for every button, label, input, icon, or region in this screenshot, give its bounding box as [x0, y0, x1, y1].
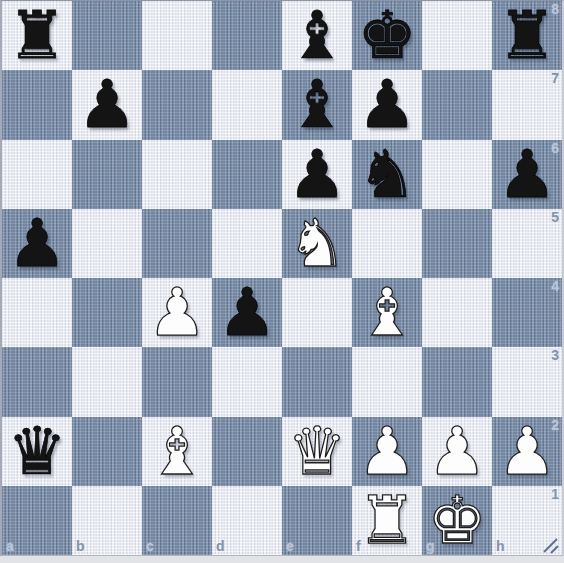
square-c8[interactable]: [142, 1, 212, 70]
square-e6[interactable]: ♟: [282, 140, 352, 209]
black-rook[interactable]: ♜: [497, 1, 556, 70]
square-f3[interactable]: [352, 347, 422, 416]
square-e4[interactable]: [282, 278, 352, 347]
square-d7[interactable]: [212, 70, 282, 139]
square-f5[interactable]: [352, 209, 422, 278]
square-e5[interactable]: ♞: [282, 209, 352, 278]
square-c7[interactable]: [142, 70, 212, 139]
white-knight[interactable]: ♞: [287, 209, 346, 278]
square-h7[interactable]: 7: [492, 70, 562, 139]
rank-label-6: 6: [551, 140, 559, 156]
white-pawn[interactable]: ♟: [147, 278, 206, 347]
square-e1[interactable]: e: [282, 486, 352, 555]
square-h3[interactable]: 3: [492, 347, 562, 416]
white-pawn[interactable]: ♟: [357, 417, 416, 486]
white-king[interactable]: ♚: [427, 486, 486, 555]
square-e2[interactable]: ♛: [282, 417, 352, 486]
square-d8[interactable]: [212, 1, 282, 70]
square-c5[interactable]: [142, 209, 212, 278]
square-c6[interactable]: [142, 140, 212, 209]
file-label-b: b: [76, 538, 85, 554]
black-pawn[interactable]: ♟: [357, 70, 416, 139]
square-b3[interactable]: [72, 347, 142, 416]
square-h4[interactable]: 4: [492, 278, 562, 347]
white-bishop[interactable]: ♝: [357, 278, 416, 347]
square-f8[interactable]: ♚: [352, 1, 422, 70]
black-bishop[interactable]: ♝: [287, 1, 346, 70]
square-d6[interactable]: [212, 140, 282, 209]
square-c2[interactable]: ♝: [142, 417, 212, 486]
square-g8[interactable]: [422, 1, 492, 70]
square-b8[interactable]: [72, 1, 142, 70]
square-d2[interactable]: [212, 417, 282, 486]
square-h6[interactable]: 6♟: [492, 140, 562, 209]
resize-grip-icon[interactable]: [542, 537, 559, 554]
rank-label-2: 2: [551, 417, 559, 433]
black-pawn[interactable]: ♟: [77, 70, 136, 139]
square-g7[interactable]: [422, 70, 492, 139]
board-frame: ♜♝♚8♜♟♝♟7♟♞6♟♟♞5♟♟♝43♛♝♛♟♟2♟abcdef♜g♚1h: [0, 0, 564, 563]
square-d1[interactable]: d: [212, 486, 282, 555]
square-f2[interactable]: ♟: [352, 417, 422, 486]
square-a8[interactable]: ♜: [2, 1, 72, 70]
file-label-g: g: [426, 538, 435, 554]
square-e3[interactable]: [282, 347, 352, 416]
square-b6[interactable]: [72, 140, 142, 209]
square-b4[interactable]: [72, 278, 142, 347]
black-rook[interactable]: ♜: [7, 1, 66, 70]
square-h2[interactable]: 2♟: [492, 417, 562, 486]
square-a7[interactable]: [2, 70, 72, 139]
square-g6[interactable]: [422, 140, 492, 209]
file-label-c: c: [146, 538, 154, 554]
rank-label-1: 1: [551, 486, 559, 502]
square-f4[interactable]: ♝: [352, 278, 422, 347]
white-pawn[interactable]: ♟: [497, 417, 556, 486]
square-b5[interactable]: [72, 209, 142, 278]
black-king[interactable]: ♚: [357, 1, 416, 70]
square-g1[interactable]: g♚: [422, 486, 492, 555]
square-a4[interactable]: [2, 278, 72, 347]
square-f6[interactable]: ♞: [352, 140, 422, 209]
square-h8[interactable]: 8♜: [492, 1, 562, 70]
square-f1[interactable]: f♜: [352, 486, 422, 555]
white-queen[interactable]: ♛: [287, 417, 346, 486]
square-g4[interactable]: [422, 278, 492, 347]
square-e7[interactable]: ♝: [282, 70, 352, 139]
file-label-f: f: [356, 538, 361, 554]
square-h5[interactable]: 5: [492, 209, 562, 278]
black-pawn[interactable]: ♟: [497, 140, 556, 209]
file-label-d: d: [216, 538, 225, 554]
black-queen[interactable]: ♛: [7, 417, 66, 486]
square-f7[interactable]: ♟: [352, 70, 422, 139]
file-label-e: e: [286, 538, 294, 554]
rank-label-7: 7: [551, 70, 559, 86]
file-label-h: h: [496, 538, 505, 554]
rank-label-4: 4: [551, 278, 559, 294]
square-g3[interactable]: [422, 347, 492, 416]
square-c1[interactable]: c: [142, 486, 212, 555]
square-b2[interactable]: [72, 417, 142, 486]
black-pawn[interactable]: ♟: [217, 278, 276, 347]
square-a6[interactable]: [2, 140, 72, 209]
square-d5[interactable]: [212, 209, 282, 278]
square-e8[interactable]: ♝: [282, 1, 352, 70]
white-rook[interactable]: ♜: [357, 486, 416, 555]
square-c4[interactable]: ♟: [142, 278, 212, 347]
square-a2[interactable]: ♛: [2, 417, 72, 486]
black-pawn[interactable]: ♟: [7, 209, 66, 278]
rank-label-5: 5: [551, 209, 559, 225]
square-g5[interactable]: [422, 209, 492, 278]
white-pawn[interactable]: ♟: [427, 417, 486, 486]
square-d4[interactable]: ♟: [212, 278, 282, 347]
square-a1[interactable]: a: [2, 486, 72, 555]
black-pawn[interactable]: ♟: [287, 140, 346, 209]
chess-board: ♜♝♚8♜♟♝♟7♟♞6♟♟♞5♟♟♝43♛♝♛♟♟2♟abcdef♜g♚1h: [0, 0, 564, 556]
rank-label-3: 3: [551, 347, 559, 363]
square-a3[interactable]: [2, 347, 72, 416]
square-a5[interactable]: ♟: [2, 209, 72, 278]
square-b1[interactable]: b: [72, 486, 142, 555]
file-label-a: a: [6, 538, 14, 554]
black-knight[interactable]: ♞: [357, 140, 416, 209]
black-bishop[interactable]: ♝: [287, 70, 346, 139]
white-bishop[interactable]: ♝: [147, 417, 206, 486]
square-b7[interactable]: ♟: [72, 70, 142, 139]
square-d3[interactable]: [212, 347, 282, 416]
rank-label-8: 8: [551, 1, 559, 17]
square-g2[interactable]: ♟: [422, 417, 492, 486]
square-c3[interactable]: [142, 347, 212, 416]
